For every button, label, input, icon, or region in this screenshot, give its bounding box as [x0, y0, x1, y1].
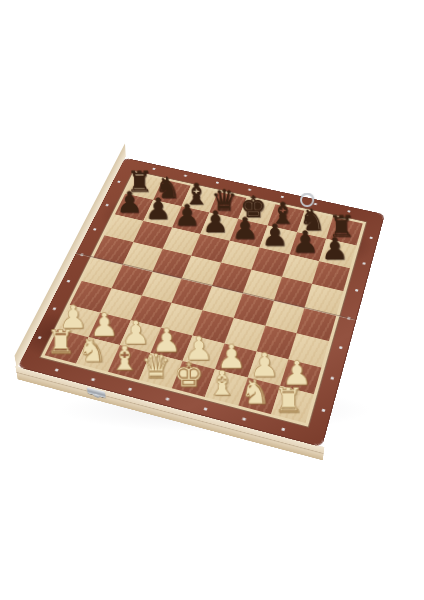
black-pawn-piece[interactable]: ♟	[114, 188, 144, 218]
black-pawn-piece[interactable]: ♟	[289, 227, 320, 258]
square-a5[interactable]	[93, 236, 133, 265]
square-h7[interactable]: ♟	[319, 239, 356, 268]
black-pawn-piece[interactable]: ♟	[259, 220, 290, 251]
black-pawn-piece[interactable]: ♟	[319, 234, 350, 265]
black-pawn-piece[interactable]: ♟	[171, 200, 201, 230]
white-bishop-piece[interactable]: ♝	[107, 342, 141, 376]
white-knight-piece[interactable]: ♞	[75, 334, 109, 368]
product-photo-scene: ♜♞♝♛♚♝♞♜♟♟♟♟♟♟♟♟♟♟♟♟♟♟♟♟♜♞♝♛♚♝♞♜	[0, 0, 424, 600]
white-rook-piece[interactable]: ♜	[271, 384, 306, 419]
black-pawn-piece[interactable]: ♟	[200, 207, 230, 237]
metal-clasp-icon[interactable]	[86, 387, 105, 398]
black-pawn-piece[interactable]: ♟	[230, 213, 261, 244]
white-knight-piece[interactable]: ♞	[238, 375, 273, 410]
white-king-piece[interactable]: ♚	[171, 358, 205, 392]
black-pawn-piece[interactable]: ♟	[143, 194, 173, 224]
white-queen-piece[interactable]: ♛	[139, 350, 173, 384]
white-rook-piece[interactable]: ♜	[44, 326, 78, 360]
white-bishop-piece[interactable]: ♝	[204, 367, 239, 402]
